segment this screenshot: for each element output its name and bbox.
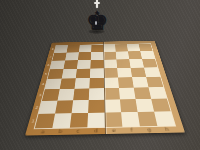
- square-h6[interactable]: [142, 59, 157, 68]
- file-label-d: d: [87, 127, 105, 134]
- square-e6[interactable]: [104, 59, 118, 68]
- square-c3[interactable]: [73, 88, 89, 100]
- square-h3[interactable]: [149, 87, 167, 99]
- chessboard: abcdefgh 87654321: [25, 41, 185, 136]
- square-b1[interactable]: [52, 113, 71, 128]
- square-h5[interactable]: [144, 67, 160, 77]
- square-b2[interactable]: [55, 100, 73, 113]
- square-e3[interactable]: [104, 88, 120, 100]
- file-label-a: a: [33, 128, 52, 135]
- square-d5[interactable]: [90, 68, 104, 78]
- square-b5[interactable]: [62, 69, 77, 79]
- square-d1[interactable]: [87, 113, 105, 128]
- file-label-f: f: [122, 126, 141, 133]
- square-c5[interactable]: [76, 69, 91, 79]
- square-d6[interactable]: [90, 60, 103, 69]
- king-cross-icon: [96, 0, 98, 8]
- black-king-icon: ♚: [86, 8, 108, 33]
- square-c6[interactable]: [77, 60, 91, 69]
- square-e2[interactable]: [104, 99, 121, 112]
- file-label-c: c: [69, 127, 87, 134]
- square-h4[interactable]: [146, 77, 163, 88]
- square-d4[interactable]: [89, 78, 104, 89]
- square-h2[interactable]: [151, 99, 170, 112]
- file-label-g: g: [140, 126, 159, 133]
- board-grid: [35, 44, 175, 129]
- square-d2[interactable]: [88, 100, 105, 113]
- square-c1[interactable]: [70, 113, 88, 128]
- piece-black-king-d8[interactable]: ♚: [87, 0, 107, 34]
- piece-highlight: [95, 21, 97, 25]
- file-label-e: e: [105, 127, 123, 134]
- square-b3[interactable]: [58, 89, 75, 101]
- square-e5[interactable]: [104, 68, 118, 78]
- table-background: abcdefgh 87654321 ♚: [0, 0, 200, 150]
- square-d7[interactable]: [91, 52, 104, 60]
- square-c4[interactable]: [75, 78, 90, 89]
- square-d3[interactable]: [89, 88, 105, 100]
- file-labels: abcdefgh: [33, 126, 177, 136]
- square-e1[interactable]: [105, 112, 123, 127]
- file-label-h: h: [157, 126, 177, 133]
- square-h1[interactable]: [154, 111, 175, 126]
- file-label-b: b: [51, 128, 70, 135]
- square-b6[interactable]: [63, 60, 77, 69]
- square-b4[interactable]: [60, 78, 76, 89]
- square-e4[interactable]: [104, 77, 119, 88]
- square-c2[interactable]: [72, 100, 89, 113]
